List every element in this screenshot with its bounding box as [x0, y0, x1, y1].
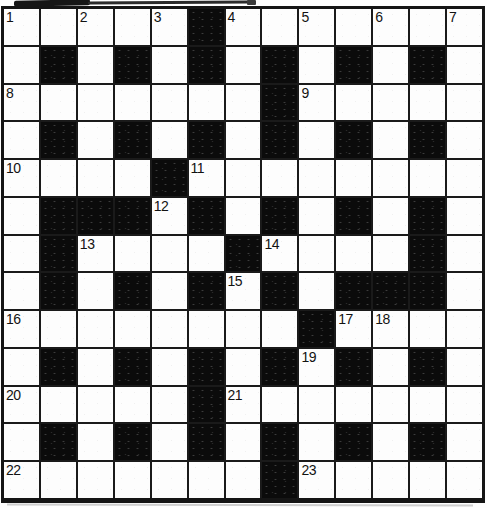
cell-r5c3[interactable]	[78, 160, 113, 196]
cell-r10c2	[41, 349, 76, 385]
cell-r9c12[interactable]	[410, 311, 445, 347]
cell-r10c6	[189, 349, 224, 385]
clue-number: 11	[191, 160, 205, 176]
cell-r6c5[interactable]: 12	[152, 198, 187, 234]
cell-r6c10	[336, 198, 371, 234]
cell-r7c7	[226, 236, 261, 272]
cell-r10c10	[336, 349, 371, 385]
cell-r5c1[interactable]: 10	[4, 160, 39, 196]
clue-number: 17	[338, 311, 353, 327]
clue-number: 10	[6, 160, 21, 176]
cell-r1c5[interactable]: 3	[152, 9, 187, 45]
cell-r13c3[interactable]	[78, 462, 113, 498]
cell-r2c9[interactable]	[299, 47, 334, 83]
cell-r6c2	[41, 198, 76, 234]
cell-r7c3[interactable]: 13	[78, 236, 113, 272]
cell-r10c11[interactable]	[373, 349, 408, 385]
clue-number: 1	[6, 9, 13, 25]
cell-r3c6[interactable]	[189, 85, 224, 121]
cell-r3c7[interactable]	[226, 85, 261, 121]
clue-number: 15	[228, 273, 243, 289]
cell-r10c7[interactable]	[226, 349, 261, 385]
cell-r6c6	[189, 198, 224, 234]
cell-r4c9[interactable]	[299, 122, 334, 158]
cell-r10c13[interactable]	[447, 349, 482, 385]
cell-r11c3[interactable]	[78, 387, 113, 423]
cell-r11c12[interactable]	[410, 387, 445, 423]
clue-number: 14	[264, 236, 279, 252]
cell-r10c3[interactable]	[78, 349, 113, 385]
crossword-page: 1234567891011121314151617181920212223	[0, 0, 487, 508]
cell-r7c9[interactable]	[299, 236, 334, 272]
cell-r2c13[interactable]	[447, 47, 482, 83]
cell-r10c5[interactable]	[152, 349, 187, 385]
cell-r5c9[interactable]	[299, 160, 334, 196]
cell-r13c10[interactable]	[336, 462, 371, 498]
cell-r8c5[interactable]	[152, 273, 187, 309]
cell-r1c7[interactable]: 4	[226, 9, 261, 45]
cell-r2c4	[115, 47, 150, 83]
cell-r2c10	[336, 47, 371, 83]
cell-r13c4[interactable]	[115, 462, 150, 498]
cell-r8c3[interactable]	[78, 273, 113, 309]
cell-r2c8	[262, 47, 297, 83]
clue-number: 9	[301, 85, 308, 101]
clue-number: 12	[154, 198, 169, 214]
cell-r13c12[interactable]	[410, 462, 445, 498]
cell-r6c12	[410, 198, 445, 234]
cell-r6c8	[262, 198, 297, 234]
cell-r12c3[interactable]	[78, 424, 113, 460]
clue-number: 4	[228, 9, 235, 25]
cell-r11c11[interactable]	[373, 387, 408, 423]
cell-r8c12	[410, 273, 445, 309]
cell-r8c11	[373, 273, 408, 309]
cell-r1c1[interactable]: 1	[4, 9, 39, 45]
cell-r7c11[interactable]	[373, 236, 408, 272]
cell-r12c7[interactable]	[226, 424, 261, 460]
cell-r9c13[interactable]	[447, 311, 482, 347]
cell-r9c11[interactable]: 18	[373, 311, 408, 347]
cell-r3c13[interactable]	[447, 85, 482, 121]
cell-r8c7[interactable]: 15	[226, 273, 261, 309]
cell-r12c6	[189, 424, 224, 460]
cell-r2c5[interactable]	[152, 47, 187, 83]
cell-r5c13[interactable]	[447, 160, 482, 196]
cell-r11c7[interactable]: 21	[226, 387, 261, 423]
clue-number: 22	[6, 462, 21, 478]
clue-number: 8	[6, 85, 13, 101]
cell-r4c11[interactable]	[373, 122, 408, 158]
cell-r13c13[interactable]	[447, 462, 482, 498]
cell-r13c9[interactable]: 23	[299, 462, 334, 498]
cell-r5c8[interactable]	[262, 160, 297, 196]
cell-r7c1[interactable]	[4, 236, 39, 272]
cell-r8c6	[189, 273, 224, 309]
cell-r3c9[interactable]: 9	[299, 85, 334, 121]
cell-r12c12	[410, 424, 445, 460]
clue-number: 3	[154, 9, 161, 25]
cell-r1c12[interactable]	[410, 9, 445, 45]
clue-number: 19	[301, 349, 316, 365]
cell-r9c2[interactable]	[41, 311, 76, 347]
clue-number: 13	[80, 236, 95, 252]
cell-r12c8	[262, 424, 297, 460]
clue-number: 21	[228, 387, 243, 403]
clue-number: 5	[301, 9, 308, 25]
cell-r11c4[interactable]	[115, 387, 150, 423]
cell-r5c6[interactable]: 11	[189, 160, 224, 196]
cell-r1c9[interactable]: 5	[299, 9, 334, 45]
cell-r9c10[interactable]: 17	[336, 311, 371, 347]
cell-r2c12	[410, 47, 445, 83]
cell-r11c5[interactable]	[152, 387, 187, 423]
cell-r12c5[interactable]	[152, 424, 187, 460]
cell-r13c8	[262, 462, 297, 498]
cell-r7c6[interactable]	[189, 236, 224, 272]
cell-r9c6[interactable]	[189, 311, 224, 347]
cell-r12c1[interactable]	[4, 424, 39, 460]
cell-r3c11[interactable]	[373, 85, 408, 121]
cell-r7c5[interactable]	[152, 236, 187, 272]
cell-r1c2[interactable]	[41, 9, 76, 45]
cell-r4c12	[410, 122, 445, 158]
cell-r5c11[interactable]	[373, 160, 408, 196]
cell-r4c2	[41, 122, 76, 158]
scan-smudge-artifact	[88, 1, 250, 5]
cell-r4c7[interactable]	[226, 122, 261, 158]
cell-r9c1[interactable]: 16	[4, 311, 39, 347]
cell-r11c2[interactable]	[41, 387, 76, 423]
cell-r11c1[interactable]: 20	[4, 387, 39, 423]
scan-smudge-artifact	[247, 0, 256, 5]
cell-r10c1[interactable]	[4, 349, 39, 385]
cell-r1c3[interactable]: 2	[78, 9, 113, 45]
cell-r3c2[interactable]	[41, 85, 76, 121]
cell-r10c9[interactable]: 19	[299, 349, 334, 385]
cell-r1c10[interactable]	[336, 9, 371, 45]
cell-r2c11[interactable]	[373, 47, 408, 83]
cell-r12c13[interactable]	[447, 424, 482, 460]
cell-r9c5[interactable]	[152, 311, 187, 347]
cell-r1c8[interactable]	[262, 9, 297, 45]
cell-r4c1[interactable]	[4, 122, 39, 158]
cell-r9c4[interactable]	[115, 311, 150, 347]
cell-r11c10[interactable]	[336, 387, 371, 423]
cell-r7c10[interactable]	[336, 236, 371, 272]
cell-r5c7[interactable]	[226, 160, 261, 196]
cell-r4c10	[336, 122, 371, 158]
cell-r3c4[interactable]	[115, 85, 150, 121]
cell-r11c8[interactable]	[262, 387, 297, 423]
cell-r9c7[interactable]	[226, 311, 261, 347]
cell-r2c2	[41, 47, 76, 83]
cell-r3c12[interactable]	[410, 85, 445, 121]
scan-shadow-line	[7, 503, 473, 506]
cell-r8c4	[115, 273, 150, 309]
cell-r2c7[interactable]	[226, 47, 261, 83]
cell-r13c2[interactable]	[41, 462, 76, 498]
cell-r3c8	[262, 85, 297, 121]
cell-r2c3[interactable]	[78, 47, 113, 83]
cell-r3c5[interactable]	[152, 85, 187, 121]
cell-r7c2	[41, 236, 76, 272]
cell-r13c5[interactable]	[152, 462, 187, 498]
cell-r1c6	[189, 9, 224, 45]
cell-r4c13[interactable]	[447, 122, 482, 158]
cell-r4c8	[262, 122, 297, 158]
cell-r7c8[interactable]: 14	[262, 236, 297, 272]
cell-r3c3[interactable]	[78, 85, 113, 121]
clue-number: 16	[6, 311, 21, 327]
cell-r9c9	[299, 311, 334, 347]
cell-r13c11[interactable]	[373, 462, 408, 498]
cell-r5c2[interactable]	[41, 160, 76, 196]
cell-r13c7[interactable]	[226, 462, 261, 498]
cell-r6c7[interactable]	[226, 198, 261, 234]
cell-r8c1[interactable]	[4, 273, 39, 309]
cell-r6c3	[78, 198, 113, 234]
cell-r8c9[interactable]	[299, 273, 334, 309]
cell-r3c1[interactable]: 8	[4, 85, 39, 121]
cell-r12c2	[41, 424, 76, 460]
cell-r6c1[interactable]	[4, 198, 39, 234]
cell-r5c10[interactable]	[336, 160, 371, 196]
cell-r7c13[interactable]	[447, 236, 482, 272]
cell-r4c5[interactable]	[152, 122, 187, 158]
cell-r2c6	[189, 47, 224, 83]
cell-r7c12	[410, 236, 445, 272]
cell-r5c5	[152, 160, 187, 196]
cell-r1c11[interactable]: 6	[373, 9, 408, 45]
cell-r8c2	[41, 273, 76, 309]
cell-r12c9[interactable]	[299, 424, 334, 460]
cell-r10c4	[115, 349, 150, 385]
cell-r11c6	[189, 387, 224, 423]
cell-r4c6	[189, 122, 224, 158]
cell-r12c4	[115, 424, 150, 460]
cell-r12c10	[336, 424, 371, 460]
cell-r1c4[interactable]	[115, 9, 150, 45]
cell-r6c4	[115, 198, 150, 234]
cell-r3c10[interactable]	[336, 85, 371, 121]
cell-r5c4[interactable]	[115, 160, 150, 196]
cell-r9c8[interactable]	[262, 311, 297, 347]
cell-r1c13[interactable]: 7	[447, 9, 482, 45]
clue-number: 18	[375, 311, 390, 327]
cell-r13c1[interactable]: 22	[4, 462, 39, 498]
cell-r7c4[interactable]	[115, 236, 150, 272]
cell-r2c1[interactable]	[4, 47, 39, 83]
crossword-board: 1234567891011121314151617181920212223	[1, 6, 485, 503]
cell-r11c13[interactable]	[447, 387, 482, 423]
cell-r4c4	[115, 122, 150, 158]
clue-number: 2	[80, 9, 87, 25]
cell-r12c11[interactable]	[373, 424, 408, 460]
cell-r6c11[interactable]	[373, 198, 408, 234]
clue-number: 23	[301, 462, 316, 478]
cell-r5c12[interactable]	[410, 160, 445, 196]
cell-r8c13[interactable]	[447, 273, 482, 309]
clue-number: 6	[375, 9, 382, 25]
cell-r11c9[interactable]	[299, 387, 334, 423]
cell-r8c10	[336, 273, 371, 309]
cell-r6c13[interactable]	[447, 198, 482, 234]
clue-number: 7	[449, 9, 456, 25]
cell-r4c3[interactable]	[78, 122, 113, 158]
cell-r6c9[interactable]	[299, 198, 334, 234]
clue-number: 20	[6, 387, 21, 403]
cell-r10c8	[262, 349, 297, 385]
cell-r9c3[interactable]	[78, 311, 113, 347]
cell-r13c6[interactable]	[189, 462, 224, 498]
cell-r8c8	[262, 273, 297, 309]
cell-r10c12	[410, 349, 445, 385]
